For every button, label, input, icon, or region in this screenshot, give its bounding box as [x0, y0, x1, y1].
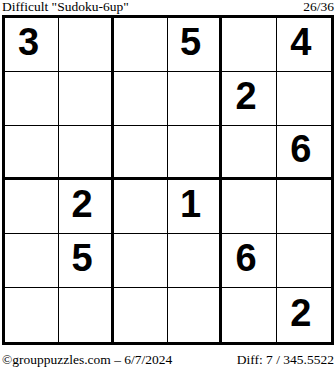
cell-r5c5[interactable]: 6	[222, 234, 276, 288]
puzzle-page: Difficult "Sudoku-6up" 26/36 3542621562 …	[0, 0, 336, 370]
cell-r4c5[interactable]	[222, 180, 276, 234]
cell-r6c1[interactable]	[5, 288, 59, 342]
cell-r1c2[interactable]	[59, 18, 113, 72]
cell-r4c3[interactable]	[114, 180, 168, 234]
footer: ©grouppuzzles.com – 6/7/2024 Diff: 7 / 3…	[2, 352, 334, 367]
cell-r3c4[interactable]	[168, 126, 222, 180]
cell-r2c6[interactable]	[277, 72, 331, 126]
cell-r5c3[interactable]	[114, 234, 168, 288]
cell-r3c6[interactable]: 6	[277, 126, 331, 180]
given-digit: 5	[180, 21, 201, 64]
cell-r4c1[interactable]	[5, 180, 59, 234]
cell-r1c6[interactable]: 4	[277, 18, 331, 72]
cell-r3c2[interactable]	[59, 126, 113, 180]
given-digit: 6	[290, 128, 311, 171]
cell-r1c5[interactable]	[222, 18, 276, 72]
cell-r4c2[interactable]: 2	[59, 180, 113, 234]
puzzle-counter: 26/36	[303, 0, 334, 14]
given-digit: 1	[180, 183, 201, 226]
puzzle-title: Difficult "Sudoku-6up"	[2, 0, 129, 14]
cell-r5c2[interactable]: 5	[59, 234, 113, 288]
cell-r6c6[interactable]: 2	[277, 288, 331, 342]
cell-r4c6[interactable]	[277, 180, 331, 234]
cell-r6c2[interactable]	[59, 288, 113, 342]
cell-r1c3[interactable]	[114, 18, 168, 72]
given-digit: 3	[18, 21, 39, 64]
given-digit: 4	[290, 21, 311, 64]
cell-r3c5[interactable]	[222, 126, 276, 180]
cell-r1c1[interactable]: 3	[5, 18, 59, 72]
cell-r5c4[interactable]	[168, 234, 222, 288]
cell-r6c5[interactable]	[222, 288, 276, 342]
cell-r3c1[interactable]	[5, 126, 59, 180]
cell-r5c6[interactable]	[277, 234, 331, 288]
header: Difficult "Sudoku-6up" 26/36	[2, 0, 334, 14]
cell-r2c4[interactable]	[168, 72, 222, 126]
sudoku-board: 3542621562	[2, 15, 334, 345]
given-digit: 2	[71, 183, 92, 226]
given-digit: 2	[235, 75, 256, 118]
cell-r1c4[interactable]: 5	[168, 18, 222, 72]
cell-r6c4[interactable]	[168, 288, 222, 342]
cell-r2c1[interactable]	[5, 72, 59, 126]
difficulty-text: Diff: 7 / 345.5522	[237, 352, 334, 367]
cell-r2c2[interactable]	[59, 72, 113, 126]
cell-r6c3[interactable]	[114, 288, 168, 342]
cell-r2c3[interactable]	[114, 72, 168, 126]
cell-r5c1[interactable]	[5, 234, 59, 288]
cell-r3c3[interactable]	[114, 126, 168, 180]
cell-r4c4[interactable]: 1	[168, 180, 222, 234]
cell-r2c5[interactable]: 2	[222, 72, 276, 126]
given-digit: 2	[290, 292, 311, 335]
copyright-text: ©grouppuzzles.com – 6/7/2024	[2, 352, 172, 367]
given-digit: 6	[235, 237, 256, 280]
given-digit: 5	[71, 237, 92, 280]
